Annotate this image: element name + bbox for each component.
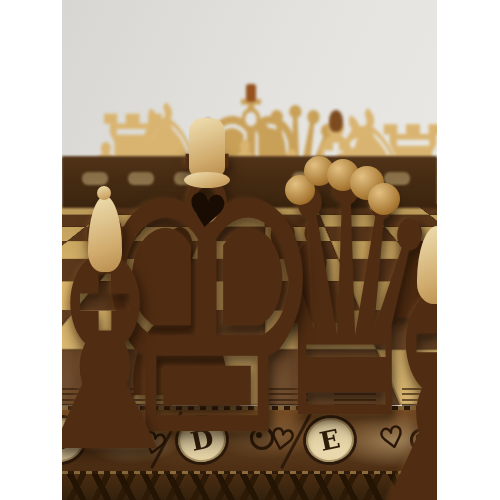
piece-dark-bishop-c1[interactable]: ♝: [62, 172, 204, 498]
near-pieces-layer: ♥ ♟♟♟♛♚♝♝: [62, 0, 437, 500]
chess-set-photo: ♥ ♥ ♥ ♥ CDE ♜♞♝♚♛♝♞♜♟♟♟♟♟♟ ♥ ♟♟♟♛♚♝♝: [62, 0, 437, 500]
piece-dark-bishop-f1[interactable]: ♝: [335, 200, 437, 500]
